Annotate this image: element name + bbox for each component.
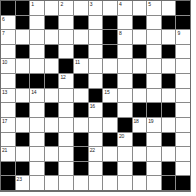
cell-r2c3[interactable] — [30, 16, 44, 30]
clue-number-2: 2 — [60, 1, 63, 7]
clue-number-3: 3 — [90, 1, 93, 7]
cell-r1c9[interactable]: 4 — [118, 1, 132, 15]
cell-r8c1[interactable] — [1, 103, 15, 117]
cell-r13c3[interactable] — [30, 176, 44, 190]
cell-r10c11[interactable] — [147, 133, 161, 147]
black-cell-r4c12 — [162, 45, 176, 59]
cell-r7c10[interactable] — [133, 89, 147, 103]
cell-r5c8[interactable] — [103, 59, 117, 73]
cell-r8c5[interactable] — [59, 103, 73, 117]
cell-r9c7[interactable] — [89, 118, 103, 132]
cell-r6c9[interactable] — [118, 74, 132, 88]
cell-r11c12[interactable] — [162, 147, 176, 161]
cell-r7c1[interactable]: 13 — [1, 89, 15, 103]
clue-number-11: 11 — [75, 59, 80, 65]
cell-r11c4[interactable] — [45, 147, 59, 161]
cell-r1c3[interactable]: 1 — [30, 1, 44, 15]
cell-r1c5[interactable]: 2 — [59, 1, 73, 15]
black-cell-r7c7 — [89, 89, 103, 103]
clue-number-9: 9 — [177, 30, 180, 36]
cell-r9c2[interactable] — [16, 118, 30, 132]
cell-r12c11[interactable] — [147, 162, 161, 176]
black-cell-r2c2 — [16, 16, 30, 30]
clue-number-15: 15 — [104, 89, 109, 95]
cell-r13c2[interactable]: 23 — [16, 176, 30, 190]
black-cell-r2c12 — [162, 16, 176, 30]
cell-r11c11[interactable] — [147, 147, 161, 161]
cell-r10c3[interactable] — [30, 133, 44, 147]
black-cell-r12c12 — [162, 162, 176, 176]
black-cell-r4c10 — [133, 45, 147, 59]
cell-r2c5[interactable] — [59, 16, 73, 30]
cell-r2c11[interactable] — [147, 16, 161, 30]
cell-r8c9[interactable] — [118, 103, 132, 117]
cell-r13c11[interactable] — [147, 176, 161, 190]
cell-r1c4[interactable] — [45, 1, 59, 15]
clue-number-4: 4 — [119, 1, 122, 7]
cell-r1c12[interactable] — [162, 1, 176, 15]
cell-r3c4[interactable] — [45, 30, 59, 44]
crossword-grid: 1234567891011121314151617181920212223 — [0, 0, 191, 192]
cell-r3c1[interactable]: 7 — [1, 30, 15, 44]
cell-r8c13[interactable] — [176, 103, 190, 117]
black-cell-r4c6 — [74, 45, 88, 59]
cell-r2c7[interactable] — [89, 16, 103, 30]
cell-r3c10[interactable] — [133, 30, 147, 44]
black-cell-r10c10 — [133, 133, 147, 147]
black-cell-r1c2 — [16, 1, 30, 15]
clue-number-1: 1 — [31, 1, 34, 7]
cell-r9c8[interactable] — [103, 118, 117, 132]
clue-number-12: 12 — [60, 74, 65, 80]
black-cell-r13c13 — [176, 176, 190, 190]
black-cell-r8c12 — [162, 103, 176, 117]
black-cell-r12c4 — [45, 162, 59, 176]
black-cell-r12c10 — [133, 162, 147, 176]
black-cell-r3c8 — [103, 30, 117, 44]
cell-r11c3[interactable] — [30, 147, 44, 161]
cell-r5c2[interactable] — [16, 59, 30, 73]
cell-r11c13[interactable] — [176, 147, 190, 161]
clue-number-13: 13 — [2, 89, 7, 95]
clue-number-23: 23 — [17, 176, 22, 182]
cell-r9c13[interactable] — [176, 118, 190, 132]
cell-r12c9[interactable] — [118, 162, 132, 176]
cell-r13c6[interactable] — [74, 176, 88, 190]
cell-r7c6[interactable] — [74, 89, 88, 103]
black-cell-r2c8 — [103, 16, 117, 30]
cell-r7c12[interactable] — [162, 89, 176, 103]
cell-r3c12[interactable] — [162, 30, 176, 44]
clue-number-5: 5 — [148, 1, 151, 7]
black-cell-r8c11 — [147, 103, 161, 117]
cell-r5c12[interactable] — [162, 59, 176, 73]
cell-r11c8[interactable] — [103, 147, 117, 161]
black-cell-r6c10 — [133, 74, 147, 88]
cell-r12c7[interactable] — [89, 162, 103, 176]
cell-r7c8[interactable]: 15 — [103, 89, 117, 103]
cell-r5c3[interactable] — [30, 59, 44, 73]
black-cell-r2c10 — [133, 16, 147, 30]
cell-r8c7[interactable]: 16 — [89, 103, 103, 117]
black-cell-r12c2 — [16, 162, 30, 176]
cell-r8c3[interactable] — [30, 103, 44, 117]
cell-r3c9[interactable]: 8 — [118, 30, 132, 44]
black-cell-r12c1 — [1, 162, 15, 176]
cell-r3c3[interactable] — [30, 30, 44, 44]
cell-r11c7[interactable]: 22 — [89, 147, 103, 161]
black-cell-r10c12 — [162, 133, 176, 147]
cell-r5c1[interactable]: 10 — [1, 59, 15, 73]
black-cell-r13c1 — [1, 176, 15, 190]
cell-r7c9[interactable] — [118, 89, 132, 103]
clue-number-10: 10 — [2, 59, 7, 65]
clue-number-14: 14 — [31, 89, 36, 95]
cell-r12c3[interactable] — [30, 162, 44, 176]
black-cell-r10c2 — [16, 133, 30, 147]
black-cell-r1c13 — [176, 1, 190, 15]
cell-r7c11[interactable] — [147, 89, 161, 103]
clue-number-16: 16 — [90, 103, 95, 109]
black-cell-r2c4 — [45, 16, 59, 30]
clue-number-6: 6 — [2, 16, 5, 22]
black-cell-r10c4 — [45, 133, 59, 147]
black-cell-r2c13 — [176, 16, 190, 30]
black-cell-r8c6 — [74, 103, 88, 117]
cell-r3c6[interactable] — [74, 30, 88, 44]
cell-r9c1[interactable]: 17 — [1, 118, 15, 132]
cell-r9c3[interactable] — [30, 118, 44, 132]
cell-r12c13[interactable] — [176, 162, 190, 176]
cell-r10c9[interactable]: 20 — [118, 133, 132, 147]
cell-r9c11[interactable]: 19 — [147, 118, 161, 132]
cell-r2c1[interactable]: 6 — [1, 16, 15, 30]
cell-r3c13[interactable]: 9 — [176, 30, 190, 44]
black-cell-r12c6 — [74, 162, 88, 176]
cell-r2c9[interactable] — [118, 16, 132, 30]
black-cell-r11c6 — [74, 147, 88, 161]
cell-r4c11[interactable] — [147, 45, 161, 59]
cell-r5c7[interactable] — [89, 59, 103, 73]
cell-r1c8[interactable] — [103, 1, 117, 15]
cell-r11c9[interactable] — [118, 147, 132, 161]
black-cell-r10c6 — [74, 133, 88, 147]
cell-r4c3[interactable] — [30, 45, 44, 59]
cell-r4c13[interactable] — [176, 45, 190, 59]
cell-r13c5[interactable] — [59, 176, 73, 190]
cell-r9c5[interactable] — [59, 118, 73, 132]
cell-r5c9[interactable] — [118, 59, 132, 73]
black-cell-r4c8 — [103, 45, 117, 59]
black-cell-r2c6 — [74, 16, 88, 30]
cell-r6c5[interactable]: 12 — [59, 74, 73, 88]
black-cell-r9c9 — [118, 118, 132, 132]
cell-r9c4[interactable] — [45, 118, 59, 132]
clue-number-22: 22 — [90, 147, 95, 153]
black-cell-r10c8 — [103, 133, 117, 147]
cell-r3c2[interactable] — [16, 30, 30, 44]
cell-r1c11[interactable]: 5 — [147, 1, 161, 15]
cell-r13c9[interactable] — [118, 176, 132, 190]
cell-r4c9[interactable] — [118, 45, 132, 59]
black-cell-r6c4 — [45, 74, 59, 88]
cell-r1c7[interactable]: 3 — [89, 1, 103, 15]
black-cell-r4c2 — [16, 45, 30, 59]
black-cell-r6c3 — [30, 74, 44, 88]
cell-r6c13[interactable] — [176, 74, 190, 88]
cell-r13c8[interactable] — [103, 176, 117, 190]
cell-r5c6[interactable]: 11 — [74, 59, 88, 73]
black-cell-r4c4 — [45, 45, 59, 59]
cell-r7c3[interactable]: 14 — [30, 89, 44, 103]
cell-r4c5[interactable] — [59, 45, 73, 59]
clue-number-21: 21 — [2, 147, 7, 153]
cell-r6c1[interactable] — [1, 74, 15, 88]
black-cell-r6c12 — [162, 74, 176, 88]
black-cell-r8c4 — [45, 103, 59, 117]
black-cell-r8c10 — [133, 103, 147, 117]
cell-r13c7[interactable] — [89, 176, 103, 190]
cell-r11c1[interactable]: 21 — [1, 147, 15, 161]
cell-r3c7[interactable] — [89, 30, 103, 44]
black-cell-r5c5 — [59, 59, 73, 73]
clue-number-8: 8 — [119, 30, 122, 36]
cell-r5c4[interactable] — [45, 59, 59, 73]
cell-r7c5[interactable] — [59, 89, 73, 103]
clue-number-7: 7 — [2, 30, 5, 36]
cell-r11c10[interactable] — [133, 147, 147, 161]
cell-r1c10[interactable] — [133, 1, 147, 15]
cell-r11c5[interactable] — [59, 147, 73, 161]
black-cell-r6c8 — [103, 74, 117, 88]
cell-r10c1[interactable] — [1, 133, 15, 147]
cell-r5c13[interactable] — [176, 59, 190, 73]
cell-r5c11[interactable] — [147, 59, 161, 73]
cell-r3c5[interactable] — [59, 30, 73, 44]
clue-number-19: 19 — [148, 118, 153, 124]
black-cell-r13c12 — [162, 176, 176, 190]
black-cell-r8c8 — [103, 103, 117, 117]
cell-r4c7[interactable] — [89, 45, 103, 59]
black-cell-r12c8 — [103, 162, 117, 176]
cell-r10c7[interactable] — [89, 133, 103, 147]
clue-number-17: 17 — [2, 118, 7, 124]
cell-r5c10[interactable] — [133, 59, 147, 73]
cell-r13c4[interactable] — [45, 176, 59, 190]
cell-r9c10[interactable]: 18 — [133, 118, 147, 132]
black-cell-r1c1 — [1, 1, 15, 15]
cell-r7c4[interactable] — [45, 89, 59, 103]
cell-r10c13[interactable] — [176, 133, 190, 147]
cell-r9c12[interactable] — [162, 118, 176, 132]
clue-number-18: 18 — [134, 118, 139, 124]
cell-r6c7[interactable] — [89, 74, 103, 88]
cell-r7c2[interactable] — [16, 89, 30, 103]
cell-r9c6[interactable] — [74, 118, 88, 132]
cell-r1c6[interactable] — [74, 1, 88, 15]
cell-r10c5[interactable] — [59, 133, 73, 147]
black-cell-r6c2 — [16, 74, 30, 88]
cell-r11c2[interactable] — [16, 147, 30, 161]
cell-r6c11[interactable] — [147, 74, 161, 88]
cell-r3c11[interactable] — [147, 30, 161, 44]
cell-r4c1[interactable] — [1, 45, 15, 59]
black-cell-r8c2 — [16, 103, 30, 117]
clue-number-20: 20 — [119, 133, 124, 139]
cell-r12c5[interactable] — [59, 162, 73, 176]
cell-r7c13[interactable] — [176, 89, 190, 103]
black-cell-r6c6 — [74, 74, 88, 88]
cell-r13c10[interactable] — [133, 176, 147, 190]
